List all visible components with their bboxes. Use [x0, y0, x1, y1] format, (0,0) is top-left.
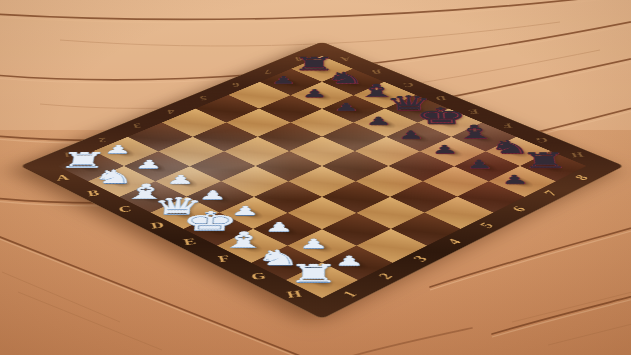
file-label-b: B	[86, 189, 100, 198]
file-label-g: G	[249, 271, 267, 281]
piece-white-pawn-c2[interactable]: ♟	[166, 174, 195, 186]
piece-black-rook-h8[interactable]: ♜	[519, 150, 571, 170]
file-label-f: F	[217, 254, 231, 264]
file-label-h: H	[285, 289, 303, 300]
rank-label-8: 8	[572, 174, 591, 182]
rank-label-4: 4	[444, 237, 464, 246]
file-label-far-c: C	[402, 81, 415, 88]
piece-black-pawn-b7[interactable]: ♟	[302, 88, 328, 98]
piece-black-pawn-d7[interactable]: ♟	[365, 116, 392, 127]
piece-black-pawn-f7[interactable]: ♟	[431, 144, 459, 155]
file-label-far-f: F	[501, 122, 513, 129]
file-label-d: D	[149, 220, 165, 230]
rank-label-1: 1	[340, 289, 360, 299]
file-label-far-e: E	[467, 108, 480, 115]
rank-label-far-3: 3	[132, 122, 141, 129]
file-label-a: A	[55, 173, 70, 182]
piece-black-pawn-h7[interactable]: ♟	[500, 174, 529, 186]
file-label-far-g: G	[534, 136, 549, 143]
piece-black-pawn-a7[interactable]: ♟	[271, 75, 297, 85]
piece-black-pawn-g7[interactable]: ♟	[465, 159, 493, 170]
piece-white-rook-h1[interactable]: ♜	[287, 262, 340, 286]
file-label-far-h: H	[569, 151, 584, 158]
rank-label-far-6: 6	[231, 81, 240, 87]
piece-white-pawn-g2[interactable]: ♟	[299, 237, 328, 250]
piece-black-pawn-e7[interactable]: ♟	[398, 130, 425, 141]
file-label-far-a: A	[339, 56, 351, 62]
rank-label-far-4: 4	[166, 108, 175, 115]
rank-label-far-5: 5	[199, 95, 208, 102]
rank-label-7: 7	[541, 189, 560, 197]
file-label-far-b: B	[371, 68, 383, 74]
piece-white-pawn-b2[interactable]: ♟	[135, 159, 163, 170]
file-label-c: C	[117, 204, 132, 213]
file-label-e: E	[182, 237, 197, 247]
rank-label-6: 6	[510, 205, 529, 213]
rank-label-2: 2	[376, 272, 396, 281]
piece-black-pawn-c7[interactable]: ♟	[333, 102, 359, 112]
chess-3d-scene: AABBCCDDEEFFGGHH1122334455667788♜♞♝♛♚♝♞♜…	[0, 0, 631, 355]
file-label-far-d: D	[434, 95, 447, 102]
piece-white-pawn-f2[interactable]: ♟	[265, 221, 294, 233]
rank-label-3: 3	[410, 254, 430, 263]
rank-label-5: 5	[477, 221, 497, 230]
